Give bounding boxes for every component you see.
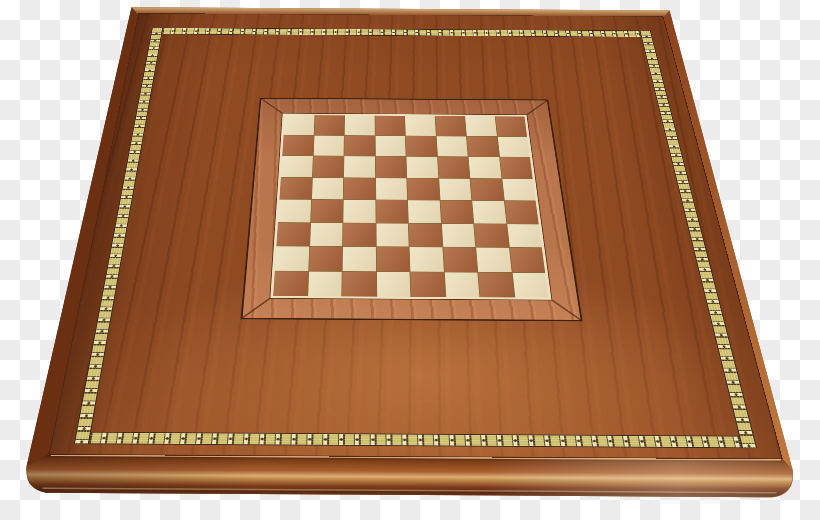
square-c6[interactable]	[344, 156, 375, 177]
inlay-border-left	[74, 28, 163, 445]
square-b1[interactable]	[308, 271, 342, 296]
chessboard	[273, 115, 548, 298]
square-g4[interactable]	[472, 201, 506, 224]
square-g6[interactable]	[469, 157, 502, 178]
square-h3[interactable]	[507, 224, 542, 247]
square-f7[interactable]	[436, 136, 467, 156]
square-f6[interactable]	[437, 157, 469, 178]
square-c5[interactable]	[344, 178, 375, 200]
chessboard-cream-border	[270, 114, 551, 300]
square-a2[interactable]	[275, 246, 309, 270]
square-b8[interactable]	[314, 115, 344, 135]
square-f8[interactable]	[435, 116, 466, 136]
perspective-wrapper	[0, 0, 820, 520]
square-b6[interactable]	[312, 156, 343, 177]
square-d4[interactable]	[376, 200, 408, 223]
square-d5[interactable]	[376, 178, 407, 200]
square-b3[interactable]	[310, 223, 343, 246]
square-e1[interactable]	[410, 272, 444, 297]
square-e5[interactable]	[407, 178, 439, 200]
square-h6[interactable]	[500, 157, 533, 178]
square-d2[interactable]	[376, 247, 409, 271]
square-c7[interactable]	[344, 136, 374, 156]
miter-joint-top-left	[260, 99, 284, 114]
square-f5[interactable]	[439, 178, 472, 200]
square-a8[interactable]	[284, 115, 315, 135]
square-a7[interactable]	[282, 135, 313, 155]
square-f3[interactable]	[441, 224, 475, 247]
board-photo	[0, 0, 820, 520]
square-b5[interactable]	[312, 178, 344, 200]
miter-joint-bottom-right	[551, 300, 580, 320]
board-top-surface	[49, 13, 783, 459]
square-a6[interactable]	[281, 156, 313, 177]
square-b2[interactable]	[309, 247, 342, 271]
square-d8[interactable]	[375, 116, 405, 136]
square-d1[interactable]	[377, 272, 411, 297]
square-g7[interactable]	[467, 136, 499, 156]
square-f2[interactable]	[443, 247, 477, 271]
inlay-border-top	[151, 28, 652, 38]
inlay-border-right	[640, 31, 757, 449]
square-b4[interactable]	[311, 200, 343, 223]
square-a5[interactable]	[279, 177, 311, 199]
square-c1[interactable]	[342, 271, 376, 296]
square-e6[interactable]	[406, 157, 437, 178]
square-c4[interactable]	[343, 200, 375, 223]
square-g5[interactable]	[470, 178, 503, 200]
chessboard-panel	[241, 98, 583, 322]
chess-table-scene	[0, 0, 820, 520]
square-h4[interactable]	[504, 201, 538, 224]
square-h8[interactable]	[495, 116, 527, 136]
square-c8[interactable]	[345, 115, 375, 135]
square-h2[interactable]	[509, 248, 545, 272]
square-f4[interactable]	[440, 201, 473, 224]
miter-joint-bottom-left	[243, 298, 271, 318]
square-g8[interactable]	[465, 116, 496, 136]
square-d3[interactable]	[376, 223, 409, 246]
square-g2[interactable]	[476, 248, 511, 272]
square-a1[interactable]	[273, 271, 308, 296]
square-h5[interactable]	[502, 179, 536, 201]
square-c3[interactable]	[343, 223, 375, 246]
square-c2[interactable]	[343, 247, 376, 271]
square-e8[interactable]	[405, 116, 435, 136]
square-h7[interactable]	[497, 136, 529, 156]
square-f1[interactable]	[444, 272, 479, 297]
square-a4[interactable]	[278, 200, 311, 223]
square-e3[interactable]	[409, 223, 442, 246]
square-g3[interactable]	[474, 224, 508, 247]
square-g1[interactable]	[478, 272, 514, 297]
square-b7[interactable]	[313, 135, 344, 155]
square-a3[interactable]	[276, 223, 309, 246]
square-d7[interactable]	[375, 136, 405, 156]
miter-joint-top-right	[525, 100, 550, 115]
square-e7[interactable]	[406, 136, 437, 156]
square-e2[interactable]	[410, 247, 444, 271]
square-h1[interactable]	[512, 272, 548, 297]
square-e4[interactable]	[408, 200, 441, 223]
chessboard-dark-outline	[269, 113, 552, 300]
square-d6[interactable]	[375, 156, 406, 177]
inlay-border-bottom	[74, 432, 757, 449]
